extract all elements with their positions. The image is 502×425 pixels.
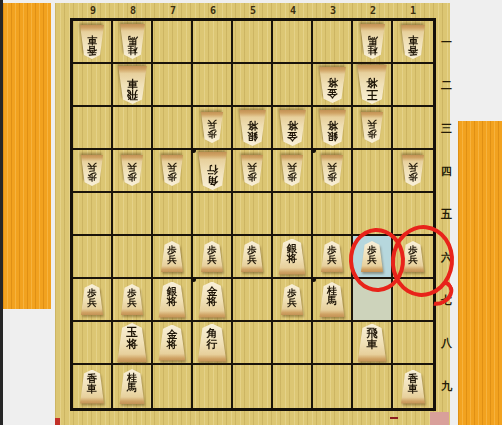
sente-piece-金-7八[interactable]: 金将 <box>158 325 187 361</box>
square-6二[interactable] <box>193 64 233 107</box>
piece-face: 歩兵 <box>280 155 304 186</box>
piece-face: 玉将 <box>116 323 148 362</box>
square-8三[interactable] <box>113 107 153 150</box>
sente-piece-歩-7六[interactable]: 歩兵 <box>160 241 184 272</box>
square-1八[interactable] <box>393 322 433 365</box>
square-3八[interactable] <box>313 322 353 365</box>
rank-label-八: 八 <box>439 322 454 365</box>
square-9六[interactable] <box>73 236 113 279</box>
gote-piece-歩-7四[interactable]: 歩兵 <box>160 155 184 186</box>
square-7八[interactable]: 金将 <box>153 322 193 365</box>
piece-face: 歩兵 <box>240 155 264 186</box>
square-2二[interactable]: 王将 <box>353 64 393 107</box>
piece-face: 飛車 <box>117 66 148 104</box>
rank-label-五: 五 <box>439 193 454 236</box>
piece-face: 桂馬 <box>119 369 146 404</box>
rank-label-三: 三 <box>439 107 454 150</box>
square-9八[interactable] <box>73 322 113 365</box>
square-3六[interactable]: 歩兵 <box>313 236 353 279</box>
gote-piece-角-6四[interactable]: 角行 <box>197 152 228 190</box>
square-6七[interactable]: 金将 <box>193 279 233 322</box>
sente-piece-金-6七[interactable]: 金将 <box>198 282 227 318</box>
square-5一[interactable] <box>233 21 273 64</box>
square-7四[interactable]: 歩兵 <box>153 150 193 193</box>
file-label-4: 4 <box>273 4 313 17</box>
gote-piece-銀-5三[interactable]: 銀将 <box>238 110 267 146</box>
square-3三[interactable]: 銀将 <box>313 107 353 150</box>
square-3七[interactable]: 桂馬 <box>313 279 353 322</box>
file-labels: 987654321 <box>73 4 433 17</box>
square-8八[interactable]: 玉将 <box>113 322 153 365</box>
square-2八[interactable]: 飛車 <box>353 322 393 365</box>
square-1九[interactable]: 香車 <box>393 365 433 408</box>
piece-face: 銀将 <box>238 110 267 146</box>
square-9二[interactable] <box>73 64 113 107</box>
square-5九[interactable] <box>233 365 273 408</box>
square-5六[interactable]: 歩兵 <box>233 236 273 279</box>
square-7二[interactable] <box>153 64 193 107</box>
file-label-9: 9 <box>73 4 113 17</box>
piece-face: 歩兵 <box>160 155 184 186</box>
square-4九[interactable] <box>273 365 313 408</box>
square-4四[interactable]: 歩兵 <box>273 150 313 193</box>
piece-face: 歩兵 <box>320 155 344 186</box>
gote-piece-王-2二[interactable]: 王将 <box>356 65 388 104</box>
square-1一[interactable]: 香車 <box>393 21 433 64</box>
screen-artifact <box>390 417 398 419</box>
piece-face: 香車 <box>400 370 426 404</box>
piece-face: 歩兵 <box>160 241 184 272</box>
hoshi-dot <box>311 148 316 153</box>
square-8四[interactable]: 歩兵 <box>113 150 153 193</box>
gote-piece-金-4三[interactable]: 金将 <box>278 110 307 146</box>
square-9四[interactable]: 歩兵 <box>73 150 113 193</box>
gote-piece-歩-8四[interactable]: 歩兵 <box>120 155 144 186</box>
sente-piece-銀-4六[interactable]: 銀将 <box>278 239 307 275</box>
square-4六[interactable]: 銀将 <box>273 236 313 279</box>
sente-piece-歩-6六[interactable]: 歩兵 <box>200 241 224 272</box>
screen-artifact <box>55 418 60 425</box>
page: 987654321 一二三四五六七八九 香車桂馬桂馬香車飛車金将王将歩兵銀将金将… <box>0 0 502 425</box>
gote-piece-金-3二[interactable]: 金将 <box>318 67 347 103</box>
file-label-7: 7 <box>153 4 193 17</box>
hoshi-dot <box>311 277 316 282</box>
sente-piece-歩-9七[interactable]: 歩兵 <box>80 284 104 315</box>
square-1四[interactable]: 歩兵 <box>393 150 433 193</box>
square-6三[interactable]: 歩兵 <box>193 107 233 150</box>
gote-piece-香-1一[interactable]: 香車 <box>400 25 426 59</box>
square-3九[interactable] <box>313 365 353 408</box>
square-5二[interactable] <box>233 64 273 107</box>
piece-face: 金将 <box>158 325 187 361</box>
square-4一[interactable] <box>273 21 313 64</box>
gote-piece-歩-3四[interactable]: 歩兵 <box>320 155 344 186</box>
file-label-3: 3 <box>313 4 353 17</box>
sente-piece-歩-5六[interactable]: 歩兵 <box>240 241 264 272</box>
sente-piece-歩-8七[interactable]: 歩兵 <box>120 284 144 315</box>
square-8九[interactable]: 桂馬 <box>113 365 153 408</box>
gote-piece-桂-8一[interactable]: 桂馬 <box>119 24 146 59</box>
square-5五[interactable] <box>233 193 273 236</box>
square-7七[interactable]: 銀将 <box>153 279 193 322</box>
file-label-5: 5 <box>233 4 273 17</box>
square-3一[interactable] <box>313 21 353 64</box>
square-7一[interactable] <box>153 21 193 64</box>
sente-piece-玉-8八[interactable]: 玉将 <box>116 323 148 362</box>
square-9五[interactable] <box>73 193 113 236</box>
piece-face: 香車 <box>79 25 105 59</box>
square-3五[interactable] <box>313 193 353 236</box>
piece-face: 桂馬 <box>319 282 346 317</box>
piece-face: 桂馬 <box>359 24 386 59</box>
piece-face: 歩兵 <box>320 241 344 272</box>
piece-face: 香車 <box>79 370 105 404</box>
square-7九[interactable] <box>153 365 193 408</box>
file-label-2: 2 <box>353 4 393 17</box>
piece-face: 歩兵 <box>200 241 224 272</box>
piece-face: 角行 <box>197 324 228 362</box>
gote-piece-歩-4四[interactable]: 歩兵 <box>280 155 304 186</box>
piece-face: 金将 <box>318 67 347 103</box>
square-2一[interactable]: 桂馬 <box>353 21 393 64</box>
gote-piece-歩-2三[interactable]: 歩兵 <box>360 112 384 143</box>
square-6四[interactable]: 角行 <box>193 150 233 193</box>
piece-face: 角行 <box>197 152 228 190</box>
gote-piece-香-9一[interactable]: 香車 <box>79 25 105 59</box>
shogi-board: 987654321 一二三四五六七八九 香車桂馬桂馬香車飛車金将王将歩兵銀将金将… <box>55 3 450 425</box>
square-9一[interactable]: 香車 <box>73 21 113 64</box>
square-4八[interactable] <box>273 322 313 365</box>
file-label-8: 8 <box>113 4 153 17</box>
piece-face: 歩兵 <box>80 284 104 315</box>
square-6八[interactable]: 角行 <box>193 322 233 365</box>
square-7六[interactable]: 歩兵 <box>153 236 193 279</box>
square-6一[interactable] <box>193 21 233 64</box>
gote-piece-飛-8二[interactable]: 飛車 <box>117 66 148 104</box>
piece-face: 桂馬 <box>119 24 146 59</box>
square-5八[interactable] <box>233 322 273 365</box>
square-2四[interactable] <box>353 150 393 193</box>
piece-face: 金将 <box>278 110 307 146</box>
gote-piece-歩-1四[interactable]: 歩兵 <box>401 155 425 186</box>
piece-face: 歩兵 <box>80 155 104 186</box>
gote-piece-歩-6三[interactable]: 歩兵 <box>200 112 224 143</box>
sente-piece-飛-2八[interactable]: 飛車 <box>357 324 388 362</box>
square-6六[interactable]: 歩兵 <box>193 236 233 279</box>
sente-piece-桂-8九[interactable]: 桂馬 <box>119 369 146 404</box>
square-8一[interactable]: 桂馬 <box>113 21 153 64</box>
file-label-1: 1 <box>393 4 433 17</box>
piece-face: 歩兵 <box>280 284 304 315</box>
square-5三[interactable]: 銀将 <box>233 107 273 150</box>
piece-face: 金将 <box>198 282 227 318</box>
square-1二[interactable] <box>393 64 433 107</box>
square-5七[interactable] <box>233 279 273 322</box>
square-6五[interactable] <box>193 193 233 236</box>
sente-piece-香-1九[interactable]: 香車 <box>400 370 426 404</box>
sente-piece-角-6八[interactable]: 角行 <box>197 324 228 362</box>
square-8五[interactable] <box>113 193 153 236</box>
board-grid[interactable]: 香車桂馬桂馬香車飛車金将王将歩兵銀将金将銀将歩兵歩兵歩兵歩兵角行歩兵歩兵歩兵歩兵… <box>70 18 436 411</box>
square-7三[interactable] <box>153 107 193 150</box>
square-4三[interactable]: 金将 <box>273 107 313 150</box>
square-1三[interactable] <box>393 107 433 150</box>
right-wood-panel <box>458 121 502 425</box>
square-8六[interactable] <box>113 236 153 279</box>
screen-artifact <box>430 412 449 425</box>
piece-face: 歩兵 <box>240 241 264 272</box>
square-4二[interactable] <box>273 64 313 107</box>
square-5四[interactable]: 歩兵 <box>233 150 273 193</box>
square-9三[interactable] <box>73 107 113 150</box>
square-3二[interactable]: 金将 <box>313 64 353 107</box>
square-2九[interactable] <box>353 365 393 408</box>
piece-face: 香車 <box>400 25 426 59</box>
sente-piece-銀-7七[interactable]: 銀将 <box>158 282 187 318</box>
piece-face: 銀将 <box>158 282 187 318</box>
piece-face: 王将 <box>356 65 388 104</box>
piece-face: 歩兵 <box>360 112 384 143</box>
gote-piece-銀-3三[interactable]: 銀将 <box>318 110 347 146</box>
file-label-6: 6 <box>193 4 233 17</box>
square-9七[interactable]: 歩兵 <box>73 279 113 322</box>
square-7五[interactable] <box>153 193 193 236</box>
sente-piece-歩-3六[interactable]: 歩兵 <box>320 241 344 272</box>
square-3四[interactable]: 歩兵 <box>313 150 353 193</box>
piece-face: 歩兵 <box>120 284 144 315</box>
square-8七[interactable]: 歩兵 <box>113 279 153 322</box>
rank-labels: 一二三四五六七八九 <box>439 21 454 408</box>
piece-face: 銀将 <box>318 110 347 146</box>
square-2三[interactable]: 歩兵 <box>353 107 393 150</box>
piece-face: 銀将 <box>278 239 307 275</box>
sente-piece-桂-3七[interactable]: 桂馬 <box>319 282 346 317</box>
square-9九[interactable]: 香車 <box>73 365 113 408</box>
square-6九[interactable] <box>193 365 233 408</box>
gote-piece-歩-9四[interactable]: 歩兵 <box>80 155 104 186</box>
square-4五[interactable] <box>273 193 313 236</box>
piece-face: 歩兵 <box>401 155 425 186</box>
square-4七[interactable]: 歩兵 <box>273 279 313 322</box>
hoshi-dot <box>191 277 196 282</box>
piece-face: 歩兵 <box>120 155 144 186</box>
gote-piece-桂-2一[interactable]: 桂馬 <box>359 24 386 59</box>
rank-label-四: 四 <box>439 150 454 193</box>
piece-face: 飛車 <box>357 324 388 362</box>
rank-label-九: 九 <box>439 365 454 408</box>
left-wood-panel <box>3 3 51 309</box>
rank-label-二: 二 <box>439 64 454 107</box>
square-8二[interactable]: 飛車 <box>113 64 153 107</box>
piece-face: 歩兵 <box>200 112 224 143</box>
rank-label-一: 一 <box>439 21 454 64</box>
hoshi-dot <box>191 148 196 153</box>
sente-piece-歩-4七[interactable]: 歩兵 <box>280 284 304 315</box>
gote-piece-歩-5四[interactable]: 歩兵 <box>240 155 264 186</box>
sente-piece-香-9九[interactable]: 香車 <box>79 370 105 404</box>
